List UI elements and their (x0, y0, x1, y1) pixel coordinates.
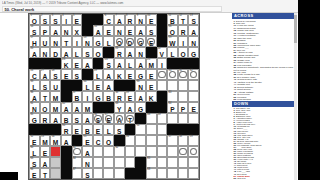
cell-letter: K (62, 61, 71, 69)
grid-cell-r13c13[interactable] (157, 146, 168, 157)
grid-cell-r7c3[interactable]: U (50, 80, 61, 91)
grid-cell-r14c7[interactable] (93, 157, 104, 168)
grid-cell-r12c11[interactable] (135, 135, 146, 146)
grid-cell-r2c7[interactable]: 15A (93, 25, 104, 36)
grid-cell-r4c2[interactable]: N (40, 47, 51, 58)
grid-cell-r8c9[interactable]: 38R (114, 91, 125, 102)
grid-cell-r3c13 (157, 36, 168, 47)
grid-cell-r14c16[interactable] (188, 157, 199, 168)
grid-cell-r12c4[interactable]: A (61, 135, 72, 146)
grid-cell-r4c9[interactable]: 21R (114, 47, 125, 58)
grid-cell-r11c8[interactable]: L (103, 124, 114, 135)
grid-cell-r12c12[interactable] (146, 135, 157, 146)
grid-cell-r14c3[interactable] (50, 157, 61, 168)
cell-letter: R (126, 17, 135, 25)
grid-cell-r6c1[interactable]: 26C (29, 69, 40, 80)
grid-cell-r3c5[interactable]: I (72, 36, 83, 47)
cell-letter: T (179, 17, 188, 25)
grid-cell-r13c14[interactable] (167, 146, 178, 157)
cell-letter: E (83, 138, 92, 146)
grid-cell-r15c14[interactable] (167, 168, 178, 179)
cell-letter: E (147, 83, 156, 91)
grid-cell-r8c5[interactable]: 37B (72, 91, 83, 102)
grid-cell-r1c1[interactable]: 1O (29, 14, 40, 25)
grid-cell-r3c3[interactable]: N (50, 36, 61, 47)
grid-cell-r11c13[interactable] (157, 124, 168, 135)
grid-cell-r9c9[interactable]: 43Y (114, 102, 125, 113)
cell-letter: A (83, 61, 92, 69)
grid-cell-r4c15[interactable]: O (178, 47, 189, 58)
grid-cell-r7c11[interactable]: 35N (135, 80, 146, 91)
grid-cell-r5c16 (188, 58, 199, 69)
grid-cell-r3c14[interactable]: 19W (167, 36, 178, 47)
cell-letter: A (136, 61, 145, 69)
cell-letter: N (30, 105, 39, 113)
grid-cell-r6c3[interactable]: 28S (50, 69, 61, 80)
grid-cell-r11c14 (167, 124, 178, 135)
grid-cell-r11c6[interactable]: B (82, 124, 93, 135)
grid-cell-r2c3[interactable]: A (50, 25, 61, 36)
cell-letter: A (104, 83, 113, 91)
grid-cell-r14c5[interactable]: 64 (72, 157, 83, 168)
grid-cell-r10c10[interactable]: T (125, 113, 136, 124)
grid-cell-r4c3[interactable]: D (50, 47, 61, 58)
cell-letter: A (62, 138, 71, 146)
grid-cell-r11c10 (125, 124, 136, 135)
grid-cell-r6c12[interactable]: E (146, 69, 157, 80)
cell-letter: O (104, 138, 113, 146)
grid-cell-r3c10[interactable]: D (125, 36, 136, 47)
grid-cell-r15c6[interactable]: S (82, 168, 93, 179)
cell-letter: S (94, 116, 103, 124)
grid-cell-r3c9[interactable]: O (114, 36, 125, 47)
grid-cell-r13c10[interactable] (125, 146, 136, 157)
cell-letter: A (51, 116, 60, 124)
grid-cell-r14c13[interactable] (157, 157, 168, 168)
grid-cell-r13c4 (61, 146, 72, 157)
clue-panel-scrollbar[interactable] (294, 13, 298, 180)
grid-cell-r11c11[interactable]: 51 (135, 124, 146, 135)
grid-cell-r14c11 (135, 157, 146, 168)
grid-cell-r4c14[interactable]: L (167, 47, 178, 58)
cell-number: 30 (169, 70, 172, 73)
grid-cell-r15c11 (135, 168, 146, 179)
grid-cell-r14c6[interactable]: N (82, 157, 93, 168)
grid-cell-r10c16[interactable] (188, 113, 199, 124)
grid-cell-r6c2[interactable]: 27A (40, 69, 51, 80)
grid-cell-r10c13[interactable]: 49 (157, 113, 168, 124)
grid-cell-r3c12[interactable]: E (146, 36, 157, 47)
grid-cell-r15c5[interactable]: 67 (72, 168, 83, 179)
grid-cell-r15c16[interactable] (188, 168, 199, 179)
cell-letter: S (41, 83, 50, 91)
cell-letter: A (62, 50, 71, 58)
grid-cell-r8c10[interactable]: 39E (125, 91, 136, 102)
grid-cell-r12c8[interactable]: O (103, 135, 114, 146)
grid-cell-r10c8[interactable]: 47E (103, 113, 114, 124)
grid-cell-r8c8[interactable]: B (103, 91, 114, 102)
grid-cell-r13c6[interactable]: A (82, 146, 93, 157)
grid-cell-r5c8[interactable]: 24S (103, 58, 114, 69)
grid-cell-r5c10[interactable]: L (125, 58, 136, 69)
down-clue-54[interactable]: 54. Org. (232, 179, 294, 180)
cell-letter: R (115, 94, 124, 102)
cell-letter: E (73, 17, 82, 25)
grid-cell-r14c8[interactable] (103, 157, 114, 168)
cell-number: 56 (126, 136, 129, 139)
grid-cell-r3c8[interactable]: L (103, 36, 114, 47)
grid-cell-r15c13[interactable] (157, 168, 168, 179)
grid-cell-r13c15[interactable] (178, 146, 189, 157)
grid-cell-r14c10[interactable] (125, 157, 136, 168)
grid-cell-r8c14[interactable]: 40 (167, 91, 178, 102)
grid-cell-r11c7[interactable]: E (93, 124, 104, 135)
grid-cell-r8c15[interactable] (178, 91, 189, 102)
grid-cell-r8c16[interactable] (188, 91, 199, 102)
grid-cell-r11c9[interactable]: S (114, 124, 125, 135)
grid-cell-r15c1[interactable]: 66E (29, 168, 40, 179)
cell-letter: E (104, 116, 113, 124)
grid-cell-r10c1[interactable]: 45G (29, 113, 40, 124)
grid-cell-r13c12[interactable] (146, 146, 157, 157)
cell-letter: A (136, 94, 145, 102)
grid-cell-r9c14[interactable]: 44P (167, 102, 178, 113)
cell-letter: E (126, 28, 135, 36)
grid-cell-r12c7[interactable]: C (93, 135, 104, 146)
cell-letter: R (41, 116, 50, 124)
grid-cell-r15c15[interactable] (178, 168, 189, 179)
grid-cell-r8c7[interactable]: G (93, 91, 104, 102)
cell-letter: N (115, 28, 124, 36)
grid-cell-r12c1[interactable]: 52E (29, 135, 40, 146)
grid-cell-r4c16[interactable]: G (188, 47, 199, 58)
grid-cell-r15c7[interactable] (93, 168, 104, 179)
grid-cell-r9c12 (146, 102, 157, 113)
grid-cell-r4c10[interactable]: A (125, 47, 136, 58)
cell-letter: S (73, 72, 82, 80)
cell-letter: R (179, 28, 188, 36)
grid-cell-r8c4 (61, 91, 72, 102)
cell-letter: G (136, 72, 145, 80)
cell-letter: A (115, 116, 124, 124)
cell-letter: E (94, 83, 103, 91)
current-clue-bar: 50. Choral work (2, 6, 222, 12)
clue-panel: ACROSS 1. Davis of Hollywood6. Chili con… (232, 13, 294, 180)
grid-cell-r2c1[interactable]: 14S (29, 25, 40, 36)
grid-cell-r9c5[interactable]: A (72, 102, 83, 113)
cell-letter: N (83, 39, 92, 47)
grid-cell-r5c5[interactable]: E (72, 58, 83, 69)
cell-letter: E (94, 127, 103, 135)
grid-cell-r14c14[interactable] (167, 157, 178, 168)
grid-cell-r12c13[interactable] (157, 135, 168, 146)
grid-cell-r11c15 (178, 124, 189, 135)
grid-cell-r1c3[interactable]: 3S (50, 14, 61, 25)
grid-cell-r2c15[interactable]: R (178, 25, 189, 36)
grid-cell-r6c13[interactable] (157, 69, 168, 80)
grid-cell-r6c5[interactable]: S (72, 69, 83, 80)
grid-cell-r9c15[interactable]: P (178, 102, 189, 113)
grid-cell-r13c11[interactable] (135, 146, 146, 157)
scrollbar-thumb[interactable] (294, 15, 297, 43)
grid-cell-r2c6 (82, 25, 93, 36)
grid-cell-r2c9[interactable]: N (114, 25, 125, 36)
grid-cell-r10c15[interactable] (178, 113, 189, 124)
grid-cell-r2c11[interactable]: A (135, 25, 146, 36)
cell-letter: A (136, 28, 145, 36)
grid-cell-r1c2[interactable]: 2S (40, 14, 51, 25)
grid-cell-r10c12[interactable]: 48 (146, 113, 157, 124)
across-clue-list[interactable]: 1. Davis of Hollywood6. Chili con ___11.… (232, 19, 294, 101)
grid-cell-r6c7[interactable]: 29L (93, 69, 104, 80)
grid-cell-r13c1[interactable]: 60L (29, 146, 40, 157)
grid-cell-r5c12[interactable]: 25M (146, 58, 157, 69)
grid-cell-r9c6[interactable]: M (82, 102, 93, 113)
grid-cell-r15c12[interactable]: 68 (146, 168, 157, 179)
grid-cell-r1c12[interactable]: 10E (146, 14, 157, 25)
grid-cell-r4c11[interactable]: N (135, 47, 146, 58)
grid-cell-r10c5[interactable]: S (72, 113, 83, 124)
grid-cell-r5c15 (178, 58, 189, 69)
cell-letter: N (136, 50, 145, 58)
grid-cell-r12c10[interactable]: 56 (125, 135, 136, 146)
grid-cell-r12c14[interactable]: 57 (167, 135, 178, 146)
grid-cell-r13c3[interactable] (50, 146, 61, 157)
crossword-grid[interactable]: 1O2S3S4I5E6C7A8R9N10E11B12T13S14SPANX15A… (28, 13, 200, 180)
grid-cell-r5c11[interactable]: A (135, 58, 146, 69)
cell-letter: X (73, 28, 82, 36)
grid-cell-r6c11[interactable]: G (135, 69, 146, 80)
grid-cell-r7c14[interactable] (167, 80, 178, 91)
grid-cell-r4c7[interactable]: O (93, 47, 104, 58)
grid-cell-r2c16[interactable]: A (188, 25, 199, 36)
grid-cell-r5c13[interactable]: I (157, 58, 168, 69)
grid-cell-r2c4[interactable]: N (61, 25, 72, 36)
cell-letter: A (126, 50, 135, 58)
grid-cell-r3c1[interactable]: 17H (29, 36, 40, 47)
cell-number: 32 (190, 70, 193, 73)
grid-cell-r10c11 (135, 113, 146, 124)
cell-letter: E (147, 39, 156, 47)
grid-cell-r13c16[interactable] (188, 146, 199, 157)
cell-letter: E (30, 171, 39, 179)
grid-cell-r7c12[interactable]: E (146, 80, 157, 91)
grid-cell-r15c8[interactable] (103, 168, 114, 179)
cell-letter: E (73, 127, 82, 135)
grid-cell-r1c5[interactable]: 5E (72, 14, 83, 25)
grid-cell-r15c3[interactable] (50, 168, 61, 179)
cell-letter: I (83, 94, 92, 102)
grid-cell-r8c1[interactable]: 36A (29, 91, 40, 102)
grid-cell-r9c8 (103, 102, 114, 113)
grid-cell-r14c15[interactable] (178, 157, 189, 168)
cell-letter: S (30, 160, 39, 168)
grid-cell-r6c8[interactable]: A (103, 69, 114, 80)
grid-cell-r3c6[interactable]: 18N (82, 36, 93, 47)
cell-letter: T (126, 116, 135, 124)
grid-cell-r14c2[interactable]: A (40, 157, 51, 168)
grid-cell-r9c10[interactable]: A (125, 102, 136, 113)
cell-letter: O (179, 50, 188, 58)
grid-cell-r13c9[interactable]: 62 (114, 146, 125, 157)
cell-letter: L (168, 50, 177, 58)
cell-letter: B (104, 94, 113, 102)
grid-cell-r4c4[interactable]: A (61, 47, 72, 58)
cell-letter: B (168, 17, 177, 25)
grid-cell-r8c3[interactable]: M (50, 91, 61, 102)
grid-cell-r13c7[interactable] (93, 146, 104, 157)
grid-cell-r15c2[interactable]: T (40, 168, 51, 179)
grid-cell-r5c4[interactable]: 23K (61, 58, 72, 69)
cell-letter: S (41, 17, 50, 25)
grid-cell-r7c1[interactable]: 33L (29, 80, 40, 91)
grid-cell-r1c16[interactable]: 13S (188, 14, 199, 25)
grid-cell-r1c8[interactable]: 6C (103, 14, 114, 25)
grid-cell-r4c1[interactable]: 20A (29, 47, 40, 58)
grid-cell-r13c5[interactable]: 61 (72, 146, 83, 157)
grid-cell-r2c12[interactable]: S (146, 25, 157, 36)
grid-cell-r1c4[interactable]: 4I (61, 14, 72, 25)
grid-cell-r5c9[interactable]: A (114, 58, 125, 69)
grid-cell-r9c16[interactable]: E (188, 102, 199, 113)
cell-letter: C (104, 17, 113, 25)
grid-cell-r3c2[interactable]: U (40, 36, 51, 47)
cell-letter: W (168, 39, 177, 47)
grid-cell-r9c11[interactable]: G (135, 102, 146, 113)
grid-cell-r4c6[interactable]: S (82, 47, 93, 58)
grid-cell-r3c16[interactable]: N (188, 36, 199, 47)
cell-letter: D (126, 39, 135, 47)
grid-cell-r10c3[interactable]: A (50, 113, 61, 124)
grid-cell-r2c2[interactable]: P (40, 25, 51, 36)
cell-letter: S (51, 17, 60, 25)
grid-cell-r7c6[interactable]: 34L (82, 80, 93, 91)
grid-cell-r8c12[interactable]: K (146, 91, 157, 102)
cell-letter: B (62, 116, 71, 124)
cell-letter: A (30, 50, 39, 58)
grid-cell-r12c16[interactable]: 59 (188, 135, 199, 146)
grid-cell-r2c8[interactable]: E (103, 25, 114, 36)
grid-cell-r6c10[interactable]: E (125, 69, 136, 80)
grid-cell-r8c11[interactable]: A (135, 91, 146, 102)
cell-letter: B (83, 127, 92, 135)
cell-letter: L (104, 127, 113, 135)
grid-cell-r1c11[interactable]: 9N (135, 14, 146, 25)
grid-cell-r7c8[interactable]: A (103, 80, 114, 91)
grid-cell-r6c16[interactable]: 32 (188, 69, 199, 80)
clue-number: 54. (234, 179, 238, 180)
cell-number: 31 (179, 70, 182, 73)
grid-cell-r4c5[interactable]: L (72, 47, 83, 58)
grid-cell-r5c6[interactable]: A (82, 58, 93, 69)
cell-number: 59 (190, 136, 193, 139)
cell-letter: T (62, 39, 71, 47)
grid-cell-r7c7[interactable]: E (93, 80, 104, 91)
cell-letter: P (179, 105, 188, 113)
grid-cell-r12c15[interactable]: 58 (178, 135, 189, 146)
down-clue-list[interactable]: 1. Job-safety org.2. Told, as a yarn3. B… (232, 107, 294, 181)
grid-cell-r12c5 (72, 135, 83, 146)
puzzle-title-text: LA Times (Wed, Jul 10, 2019) — © 2019 Tr… (2, 1, 296, 5)
grid-cell-r7c16[interactable] (188, 80, 199, 91)
grid-cell-r7c15[interactable] (178, 80, 189, 91)
grid-cell-r6c15[interactable]: 31 (178, 69, 189, 80)
grid-cell-r9c4[interactable]: 42A (61, 102, 72, 113)
cell-letter: L (94, 72, 103, 80)
grid-cell-r14c9[interactable] (114, 157, 125, 168)
cell-letter: P (41, 28, 50, 36)
grid-cell-r3c15[interactable]: I (178, 36, 189, 47)
grid-cell-r10c2[interactable]: R (40, 113, 51, 124)
cell-number: 51 (137, 125, 140, 128)
grid-cell-r11c4[interactable]: 50R (61, 124, 72, 135)
cell-letter: A (126, 105, 135, 113)
grid-cell-r5c1 (29, 58, 40, 69)
grid-cell-r1c15[interactable]: 12T (178, 14, 189, 25)
grid-cell-r13c2[interactable]: E (40, 146, 51, 157)
grid-cell-r12c6[interactable]: 55E (82, 135, 93, 146)
grid-cell-r7c2[interactable]: S (40, 80, 51, 91)
grid-cell-r15c9[interactable] (114, 168, 125, 179)
grid-cell-r3c11[interactable]: G (135, 36, 146, 47)
cell-letter: S (83, 50, 92, 58)
grid-cell-r7c13[interactable] (157, 80, 168, 91)
grid-cell-r6c4[interactable]: E (61, 69, 72, 80)
grid-cell-r14c1[interactable]: 63S (29, 157, 40, 168)
grid-cell-r12c2[interactable]: 53M (40, 135, 51, 146)
grid-cell-r9c1[interactable]: 41N (29, 102, 40, 113)
grid-cell-r8c6[interactable]: I (82, 91, 93, 102)
grid-cell-r10c6[interactable]: A (82, 113, 93, 124)
grid-cell-r2c5[interactable]: X (72, 25, 83, 36)
grid-cell-r11c5[interactable]: E (72, 124, 83, 135)
cell-letter: A (41, 160, 50, 168)
grid-cell-r6c14[interactable]: 30 (167, 69, 178, 80)
grid-cell-r14c12[interactable]: 65 (146, 157, 157, 168)
grid-cell-r1c9[interactable]: 7A (114, 14, 125, 25)
grid-cell-r3c4[interactable]: T (61, 36, 72, 47)
grid-cell-r6c9[interactable]: K (114, 69, 125, 80)
grid-cell-r8c2[interactable]: T (40, 91, 51, 102)
grid-cell-r11c12[interactable] (146, 124, 157, 135)
cell-number: 57 (169, 136, 172, 139)
grid-cell-r4c13[interactable]: 22V (157, 47, 168, 58)
cell-letter: A (41, 72, 50, 80)
grid-cell-r10c14[interactable] (167, 113, 178, 124)
grid-cell-r1c14[interactable]: 11B (167, 14, 178, 25)
grid-cell-r1c10[interactable]: 8R (125, 14, 136, 25)
grid-cell-r10c4[interactable]: B (61, 113, 72, 124)
cell-number: 47 (105, 114, 108, 117)
cell-letter: E (126, 94, 135, 102)
grid-cell-r2c14[interactable]: 16O (167, 25, 178, 36)
grid-cell-r10c9[interactable]: A (114, 113, 125, 124)
grid-cell-r2c10[interactable]: E (125, 25, 136, 36)
grid-cell-r4c12 (146, 47, 157, 58)
cell-letter: N (62, 28, 71, 36)
cell-letter: L (104, 39, 113, 47)
cell-letter: S (115, 127, 124, 135)
grid-cell-r9c3[interactable]: M (50, 102, 61, 113)
grid-cell-r10c7[interactable]: 46S (93, 113, 104, 124)
cell-letter: E (30, 138, 39, 146)
cell-letter: E (62, 72, 71, 80)
grid-cell-r9c2[interactable]: O (40, 102, 51, 113)
grid-cell-r13c8[interactable] (103, 146, 114, 157)
grid-cell-r3c7[interactable]: G (93, 36, 104, 47)
cell-letter: E (126, 72, 135, 80)
grid-cell-r12c3[interactable]: 54M (50, 135, 61, 146)
